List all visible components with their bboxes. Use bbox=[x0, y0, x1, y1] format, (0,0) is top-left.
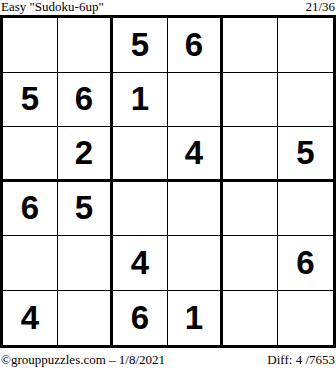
cell-r5c6[interactable]: 6 bbox=[278, 236, 333, 291]
cell-r1c3[interactable]: 5 bbox=[113, 18, 168, 73]
cell-r1c4[interactable]: 6 bbox=[168, 18, 223, 73]
puzzle-page: Easy "Sudoku-6up" 21/36 565612456546461 … bbox=[0, 0, 336, 370]
cell-r4c3[interactable] bbox=[113, 182, 168, 237]
cell-r1c1[interactable] bbox=[3, 18, 58, 73]
cell-r4c5[interactable] bbox=[223, 182, 278, 237]
puzzle-footer: ©grouppuzzles.com – 1/8/2021 Diff: 4 /76… bbox=[0, 348, 336, 366]
cell-r3c5[interactable] bbox=[223, 127, 278, 182]
cell-r3c6[interactable]: 5 bbox=[278, 127, 333, 182]
cell-r1c6[interactable] bbox=[278, 18, 333, 73]
difficulty-text: Diff: 4 /7653 bbox=[267, 353, 335, 366]
puzzle-title: Easy "Sudoku-6up" bbox=[1, 0, 104, 13]
cell-r5c5[interactable] bbox=[223, 236, 278, 291]
cell-r3c4[interactable]: 4 bbox=[168, 127, 223, 182]
cell-r3c3[interactable] bbox=[113, 127, 168, 182]
cell-r6c6[interactable] bbox=[278, 291, 333, 346]
remaining-counter: 21/36 bbox=[305, 0, 335, 13]
cell-r5c1[interactable] bbox=[3, 236, 58, 291]
cell-r3c1[interactable] bbox=[3, 127, 58, 182]
cell-r6c4[interactable]: 1 bbox=[168, 291, 223, 346]
cell-r6c2[interactable] bbox=[58, 291, 113, 346]
cell-r6c5[interactable] bbox=[223, 291, 278, 346]
puzzle-header: Easy "Sudoku-6up" 21/36 bbox=[0, 0, 336, 15]
cell-r2c6[interactable] bbox=[278, 73, 333, 128]
sudoku-board: 565612456546461 bbox=[0, 15, 336, 348]
cell-r1c5[interactable] bbox=[223, 18, 278, 73]
cell-r2c1[interactable]: 5 bbox=[3, 73, 58, 128]
copyright-text: ©grouppuzzles.com – 1/8/2021 bbox=[1, 353, 165, 366]
cell-r2c4[interactable] bbox=[168, 73, 223, 128]
cell-r4c4[interactable] bbox=[168, 182, 223, 237]
cell-r1c2[interactable] bbox=[58, 18, 113, 73]
cell-r4c2[interactable]: 5 bbox=[58, 182, 113, 237]
cell-r4c1[interactable]: 6 bbox=[3, 182, 58, 237]
cell-r5c3[interactable]: 4 bbox=[113, 236, 168, 291]
cell-r5c4[interactable] bbox=[168, 236, 223, 291]
cell-r3c2[interactable]: 2 bbox=[58, 127, 113, 182]
cell-r4c6[interactable] bbox=[278, 182, 333, 237]
cell-r6c1[interactable]: 4 bbox=[3, 291, 58, 346]
cell-r2c2[interactable]: 6 bbox=[58, 73, 113, 128]
cell-r6c3[interactable]: 6 bbox=[113, 291, 168, 346]
cell-r2c5[interactable] bbox=[223, 73, 278, 128]
cell-r5c2[interactable] bbox=[58, 236, 113, 291]
cell-r2c3[interactable]: 1 bbox=[113, 73, 168, 128]
